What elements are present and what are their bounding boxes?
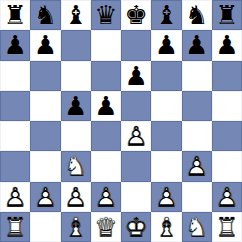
white-pawn-glyph-outline: ♙ — [212, 182, 242, 212]
square-e1[interactable]: ♚♔ — [121, 212, 151, 242]
square-e6[interactable]: ♟ — [121, 61, 151, 91]
square-a7[interactable]: ♟ — [0, 30, 30, 60]
black-bishop-glyph-fill: ♝ — [61, 0, 91, 30]
white-pawn-icon[interactable]: ♟♙ — [121, 121, 151, 151]
square-b8[interactable]: ♞ — [30, 0, 60, 30]
square-g2[interactable] — [182, 182, 212, 212]
white-pawn-icon[interactable]: ♟♙ — [182, 151, 212, 181]
square-b7[interactable]: ♟ — [30, 30, 60, 60]
square-d5[interactable]: ♟ — [91, 91, 121, 121]
black-pawn-icon[interactable]: ♟ — [212, 30, 242, 60]
black-rook-icon[interactable]: ♜ — [212, 0, 242, 30]
black-pawn-icon[interactable]: ♟ — [121, 61, 151, 91]
black-pawn-glyph-fill: ♟ — [121, 61, 151, 91]
square-d2[interactable]: ♟♙ — [91, 182, 121, 212]
square-a1[interactable]: ♜♖ — [0, 212, 30, 242]
white-rook-icon[interactable]: ♜♖ — [0, 212, 30, 242]
square-d7[interactable] — [91, 30, 121, 60]
square-a5[interactable] — [0, 91, 30, 121]
square-c6[interactable] — [61, 61, 91, 91]
square-b2[interactable]: ♟♙ — [30, 182, 60, 212]
square-f7[interactable]: ♟ — [151, 30, 181, 60]
square-b1[interactable] — [30, 212, 60, 242]
square-f1[interactable]: ♝♗ — [151, 212, 181, 242]
square-h4[interactable] — [212, 121, 242, 151]
square-f3[interactable] — [151, 151, 181, 181]
square-h6[interactable] — [212, 61, 242, 91]
white-rook-glyph-outline: ♖ — [0, 212, 30, 242]
black-king-icon[interactable]: ♚ — [121, 0, 151, 30]
square-h8[interactable]: ♜ — [212, 0, 242, 30]
square-e5[interactable] — [121, 91, 151, 121]
square-c3[interactable]: ♞♘ — [61, 151, 91, 181]
white-knight-icon[interactable]: ♞♘ — [61, 151, 91, 181]
square-h3[interactable] — [212, 151, 242, 181]
square-a3[interactable] — [0, 151, 30, 181]
white-pawn-icon[interactable]: ♟♙ — [151, 182, 181, 212]
square-g8[interactable]: ♞ — [182, 0, 212, 30]
black-bishop-glyph-fill: ♝ — [151, 0, 181, 30]
white-pawn-glyph-outline: ♙ — [151, 182, 181, 212]
black-pawn-icon[interactable]: ♟ — [151, 30, 181, 60]
square-f2[interactable]: ♟♙ — [151, 182, 181, 212]
white-bishop-glyph-outline: ♗ — [151, 212, 181, 242]
square-h7[interactable]: ♟ — [212, 30, 242, 60]
square-a8[interactable]: ♜ — [0, 0, 30, 30]
black-pawn-icon[interactable]: ♟ — [182, 30, 212, 60]
square-a2[interactable]: ♟♙ — [0, 182, 30, 212]
white-pawn-icon[interactable]: ♟♙ — [30, 182, 60, 212]
square-c2[interactable]: ♟♙ — [61, 182, 91, 212]
black-knight-glyph-fill: ♞ — [182, 0, 212, 30]
black-king-glyph-fill: ♚ — [121, 0, 151, 30]
chess-board-window: ♜♞♝♛♚♝♞♜♟♟♟♟♟♟♟♟♟♙♞♘♟♙♟♙♟♙♟♙♟♙♟♙♟♙♜♖♝♗♛♕… — [0, 0, 242, 242]
square-g6[interactable] — [182, 61, 212, 91]
square-d6[interactable] — [91, 61, 121, 91]
white-pawn-icon[interactable]: ♟♙ — [61, 182, 91, 212]
square-c4[interactable] — [61, 121, 91, 151]
black-knight-icon[interactable]: ♞ — [30, 0, 60, 30]
black-knight-glyph-fill: ♞ — [30, 0, 60, 30]
square-d3[interactable] — [91, 151, 121, 181]
white-pawn-glyph-outline: ♙ — [121, 121, 151, 151]
black-rook-glyph-fill: ♜ — [0, 0, 30, 30]
white-queen-glyph-outline: ♕ — [91, 212, 121, 242]
square-e4[interactable]: ♟♙ — [121, 121, 151, 151]
black-pawn-icon[interactable]: ♟ — [91, 91, 121, 121]
square-b5[interactable] — [30, 91, 60, 121]
black-pawn-icon[interactable]: ♟ — [0, 30, 30, 60]
black-pawn-icon[interactable]: ♟ — [30, 30, 60, 60]
square-d4[interactable] — [91, 121, 121, 151]
white-pawn-icon[interactable]: ♟♙ — [0, 182, 30, 212]
black-rook-glyph-fill: ♜ — [212, 0, 242, 30]
square-c5[interactable]: ♟ — [61, 91, 91, 121]
square-h5[interactable] — [212, 91, 242, 121]
square-f5[interactable] — [151, 91, 181, 121]
black-rook-icon[interactable]: ♜ — [0, 0, 30, 30]
white-bishop-icon[interactable]: ♝♗ — [151, 212, 181, 242]
black-bishop-icon[interactable]: ♝ — [61, 0, 91, 30]
square-a4[interactable] — [0, 121, 30, 151]
square-g1[interactable]: ♞♘ — [182, 212, 212, 242]
white-bishop-icon[interactable]: ♝♗ — [61, 212, 91, 242]
white-knight-icon[interactable]: ♞♘ — [182, 212, 212, 242]
square-f8[interactable]: ♝ — [151, 0, 181, 30]
white-pawn-glyph-outline: ♙ — [30, 182, 60, 212]
square-e3[interactable] — [121, 151, 151, 181]
square-c7[interactable] — [61, 30, 91, 60]
white-king-icon[interactable]: ♚♔ — [121, 212, 151, 242]
white-pawn-glyph-outline: ♙ — [61, 182, 91, 212]
black-knight-icon[interactable]: ♞ — [182, 0, 212, 30]
white-pawn-icon[interactable]: ♟♙ — [91, 182, 121, 212]
square-c1[interactable]: ♝♗ — [61, 212, 91, 242]
white-knight-glyph-outline: ♘ — [182, 212, 212, 242]
white-pawn-glyph-outline: ♙ — [0, 182, 30, 212]
square-b4[interactable] — [30, 121, 60, 151]
square-d8[interactable]: ♛ — [91, 0, 121, 30]
square-g3[interactable]: ♟♙ — [182, 151, 212, 181]
black-pawn-glyph-fill: ♟ — [182, 30, 212, 60]
black-pawn-glyph-fill: ♟ — [212, 30, 242, 60]
square-b6[interactable] — [30, 61, 60, 91]
white-knight-glyph-outline: ♘ — [61, 151, 91, 181]
black-pawn-icon[interactable]: ♟ — [61, 91, 91, 121]
square-e7[interactable] — [121, 30, 151, 60]
white-pawn-glyph-outline: ♙ — [91, 182, 121, 212]
square-f4[interactable] — [151, 121, 181, 151]
square-b3[interactable] — [30, 151, 60, 181]
black-bishop-icon[interactable]: ♝ — [151, 0, 181, 30]
white-pawn-glyph-outline: ♙ — [182, 151, 212, 181]
square-g4[interactable] — [182, 121, 212, 151]
square-d1[interactable]: ♛♕ — [91, 212, 121, 242]
white-rook-icon[interactable]: ♜♖ — [212, 212, 242, 242]
square-f6[interactable] — [151, 61, 181, 91]
square-e2[interactable] — [121, 182, 151, 212]
white-queen-icon[interactable]: ♛♕ — [91, 212, 121, 242]
white-rook-glyph-outline: ♖ — [212, 212, 242, 242]
square-a6[interactable] — [0, 61, 30, 91]
black-pawn-glyph-fill: ♟ — [30, 30, 60, 60]
chess-board[interactable]: ♜♞♝♛♚♝♞♜♟♟♟♟♟♟♟♟♟♙♞♘♟♙♟♙♟♙♟♙♟♙♟♙♟♙♜♖♝♗♛♕… — [0, 0, 242, 242]
black-queen-icon[interactable]: ♛ — [91, 0, 121, 30]
white-king-glyph-outline: ♔ — [121, 212, 151, 242]
black-queen-glyph-fill: ♛ — [91, 0, 121, 30]
black-pawn-glyph-fill: ♟ — [0, 30, 30, 60]
square-h2[interactable]: ♟♙ — [212, 182, 242, 212]
black-pawn-glyph-fill: ♟ — [61, 91, 91, 121]
square-c8[interactable]: ♝ — [61, 0, 91, 30]
square-g5[interactable] — [182, 91, 212, 121]
white-pawn-icon[interactable]: ♟♙ — [212, 182, 242, 212]
white-bishop-glyph-outline: ♗ — [61, 212, 91, 242]
square-g7[interactable]: ♟ — [182, 30, 212, 60]
black-pawn-glyph-fill: ♟ — [91, 91, 121, 121]
square-h1[interactable]: ♜♖ — [212, 212, 242, 242]
black-pawn-glyph-fill: ♟ — [151, 30, 181, 60]
square-e8[interactable]: ♚ — [121, 0, 151, 30]
